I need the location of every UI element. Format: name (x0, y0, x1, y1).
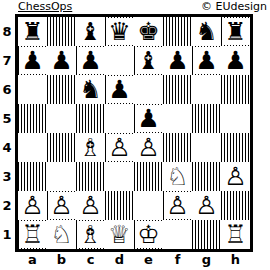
white-queen-d1: ♕ (107, 221, 133, 248)
square-a2: ♙ (18, 191, 47, 220)
black-knight-g8: ♞ (194, 18, 220, 45)
square-d8: ♛ (105, 17, 134, 46)
file-label-d: d (105, 252, 134, 267)
square-f5 (163, 104, 192, 133)
square-c7: ♟ (76, 46, 105, 75)
rank-labels: 87654321 (0, 17, 14, 249)
black-pawn-a7: ♟ (20, 47, 46, 74)
white-pawn-h3: ♙ (223, 163, 249, 190)
square-c8: ♝ (76, 17, 105, 46)
square-g3 (192, 162, 221, 191)
copyright-text: © EUdesign (201, 0, 267, 13)
square-g2: ♙ (192, 191, 221, 220)
rank-label-1: 1 (0, 220, 14, 249)
rank-label-3: 3 (0, 162, 14, 191)
white-king-e1: ♔ (136, 221, 162, 248)
square-a5 (18, 104, 47, 133)
square-c1: ♗ (76, 220, 105, 249)
rank-label-2: 2 (0, 191, 14, 220)
square-f3: ♘ (163, 162, 192, 191)
square-c4: ♗ (76, 133, 105, 162)
black-king-e8: ♚ (136, 18, 162, 45)
square-a4 (18, 133, 47, 162)
rank-label-6: 6 (0, 75, 14, 104)
square-f8 (163, 17, 192, 46)
file-labels: abcdefgh (18, 252, 250, 267)
rank-label-5: 5 (0, 104, 14, 133)
square-b7: ♟ (47, 46, 76, 75)
square-e1: ♔ (134, 220, 163, 249)
square-g7: ♟ (192, 46, 221, 75)
square-f7: ♟ (163, 46, 192, 75)
black-queen-d8: ♛ (107, 18, 133, 45)
square-h8: ♜ (221, 17, 250, 46)
square-h7: ♟ (221, 46, 250, 75)
file-label-c: c (76, 252, 105, 267)
square-e2 (134, 191, 163, 220)
white-rook-a1: ♖ (20, 221, 46, 248)
square-g1 (192, 220, 221, 249)
rank-label-8: 8 (0, 17, 14, 46)
square-b2: ♙ (47, 191, 76, 220)
square-d4: ♙ (105, 133, 134, 162)
square-a7: ♟ (18, 46, 47, 75)
white-pawn-e4: ♙ (136, 134, 162, 161)
white-pawn-g2: ♙ (194, 192, 220, 219)
square-b8 (47, 17, 76, 46)
square-e8: ♚ (134, 17, 163, 46)
square-h4 (221, 133, 250, 162)
black-rook-h8: ♜ (223, 18, 249, 45)
square-h3: ♙ (221, 162, 250, 191)
black-knight-c6: ♞ (78, 76, 104, 103)
square-h2 (221, 191, 250, 220)
black-bishop-c8: ♝ (78, 18, 104, 45)
chessops-link[interactable]: ChessOps (18, 0, 72, 13)
square-d3 (105, 162, 134, 191)
white-pawn-a2: ♙ (20, 192, 46, 219)
white-pawn-f2: ♙ (165, 192, 191, 219)
black-pawn-b7: ♟ (49, 47, 75, 74)
square-b1: ♘ (47, 220, 76, 249)
square-b6 (47, 75, 76, 104)
square-f4 (163, 133, 192, 162)
black-bishop-e7: ♝ (136, 47, 162, 74)
black-pawn-f7: ♟ (165, 47, 191, 74)
white-knight-f3: ♘ (165, 163, 191, 190)
square-e7: ♝ (134, 46, 163, 75)
white-pawn-c2: ♙ (78, 192, 104, 219)
white-rook-h1: ♖ (223, 221, 249, 248)
page-header: ChessOps © EUdesign (0, 0, 270, 14)
square-c5 (76, 104, 105, 133)
file-label-f: f (163, 252, 192, 267)
white-bishop-c1: ♗ (78, 221, 104, 248)
rank-label-4: 4 (0, 133, 14, 162)
square-f2: ♙ (163, 191, 192, 220)
square-b5 (47, 104, 76, 133)
black-pawn-e5: ♟ (136, 105, 162, 132)
white-knight-b1: ♘ (49, 221, 75, 248)
file-label-e: e (134, 252, 163, 267)
file-label-g: g (192, 252, 221, 267)
square-c6: ♞ (76, 75, 105, 104)
square-h1: ♖ (221, 220, 250, 249)
square-c3 (76, 162, 105, 191)
black-rook-a8: ♜ (20, 18, 46, 45)
square-d7 (105, 46, 134, 75)
square-f6 (163, 75, 192, 104)
square-e4: ♙ (134, 133, 163, 162)
file-label-h: h (221, 252, 250, 267)
white-bishop-c4: ♗ (78, 134, 104, 161)
square-h5 (221, 104, 250, 133)
square-d5 (105, 104, 134, 133)
square-b3 (47, 162, 76, 191)
square-g8: ♞ (192, 17, 221, 46)
white-pawn-d4: ♙ (107, 134, 133, 161)
square-f1 (163, 220, 192, 249)
square-a8: ♜ (18, 17, 47, 46)
square-b4 (47, 133, 76, 162)
square-a6 (18, 75, 47, 104)
rank-label-7: 7 (0, 46, 14, 75)
black-pawn-g7: ♟ (194, 47, 220, 74)
square-e5: ♟ (134, 104, 163, 133)
square-c2: ♙ (76, 191, 105, 220)
square-g5 (192, 104, 221, 133)
black-pawn-h7: ♟ (223, 47, 249, 74)
square-d1: ♕ (105, 220, 134, 249)
square-d2 (105, 191, 134, 220)
black-pawn-c7: ♟ (78, 47, 104, 74)
white-pawn-b2: ♙ (49, 192, 75, 219)
square-e6 (134, 75, 163, 104)
square-g4 (192, 133, 221, 162)
square-h6 (221, 75, 250, 104)
square-a1: ♖ (18, 220, 47, 249)
square-e3 (134, 162, 163, 191)
file-label-a: a (18, 252, 47, 267)
square-g6 (192, 75, 221, 104)
square-a3 (18, 162, 47, 191)
chessboard: ♜♝♛♚♞♜♟♟♟♝♟♟♟♞♟♟♗♙♙♘♙♙♙♙♙♙♖♘♗♕♔♖ (15, 14, 253, 252)
square-d6: ♟ (105, 75, 134, 104)
black-pawn-d6: ♟ (107, 76, 133, 103)
file-label-b: b (47, 252, 76, 267)
